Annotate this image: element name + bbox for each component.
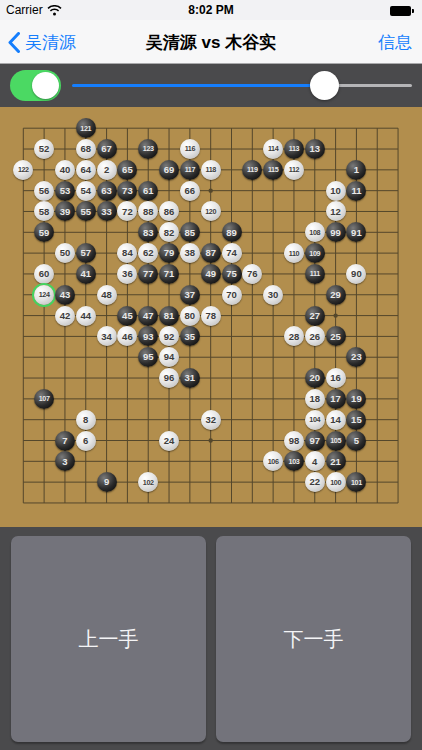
stone-32: 32 (201, 410, 221, 430)
stone-6: 6 (76, 431, 96, 451)
stone-108: 108 (305, 222, 325, 242)
stone-73: 73 (117, 181, 137, 201)
move-numbers-toggle[interactable] (10, 70, 61, 101)
stone-34: 34 (97, 326, 117, 346)
footer: 上一手 下一手 (0, 527, 422, 750)
stone-22: 22 (305, 472, 325, 492)
stone-118: 118 (201, 160, 221, 180)
stone-81: 81 (159, 306, 179, 326)
go-board: 1215268671231161141131312240642656911711… (0, 107, 422, 527)
status-bar: Carrier 8:02 PM (0, 0, 422, 20)
stone-69: 69 (159, 160, 179, 180)
stone-18: 18 (305, 389, 325, 409)
stone-45: 45 (117, 306, 137, 326)
stone-47: 47 (138, 306, 158, 326)
stone-124: 124 (34, 285, 54, 305)
stone-37: 37 (180, 285, 200, 305)
stone-99: 99 (326, 222, 346, 242)
stone-50: 50 (55, 243, 75, 263)
stone-12: 12 (326, 201, 346, 221)
stone-105: 105 (326, 431, 346, 451)
control-bar (0, 64, 422, 107)
back-button[interactable]: 吴清源 (8, 20, 76, 64)
stone-110: 110 (284, 243, 304, 263)
stone-25: 25 (326, 326, 346, 346)
stone-122: 122 (13, 160, 33, 180)
stone-9: 9 (97, 472, 117, 492)
stone-29: 29 (326, 285, 346, 305)
stone-74: 74 (222, 243, 242, 263)
star-point (333, 313, 337, 317)
clock-label: 8:02 PM (0, 0, 422, 20)
stone-116: 116 (180, 139, 200, 159)
stone-104: 104 (305, 410, 325, 430)
stone-79: 79 (159, 243, 179, 263)
toggle-knob (32, 72, 59, 99)
stone-48: 48 (97, 285, 117, 305)
info-button[interactable]: 信息 (378, 20, 412, 64)
stone-41: 41 (76, 264, 96, 284)
stone-75: 75 (222, 264, 242, 284)
stone-30: 30 (263, 285, 283, 305)
stone-27: 27 (305, 306, 325, 326)
stone-121: 121 (76, 118, 96, 138)
stone-15: 15 (346, 410, 366, 430)
stone-4: 4 (305, 451, 325, 471)
previous-move-button[interactable]: 上一手 (11, 536, 206, 742)
star-point (208, 438, 212, 442)
back-chevron-icon (8, 32, 20, 53)
stone-31: 31 (180, 368, 200, 388)
stone-33: 33 (97, 201, 117, 221)
stone-63: 63 (97, 181, 117, 201)
stone-64: 64 (76, 160, 96, 180)
stone-67: 67 (97, 139, 117, 159)
stone-17: 17 (326, 389, 346, 409)
stone-109: 109 (305, 243, 325, 263)
stone-66: 66 (180, 181, 200, 201)
stone-70: 70 (222, 285, 242, 305)
stone-71: 71 (159, 264, 179, 284)
stone-60: 60 (34, 264, 54, 284)
stone-54: 54 (76, 181, 96, 201)
stone-113: 113 (284, 139, 304, 159)
stone-49: 49 (201, 264, 221, 284)
stone-5: 5 (346, 431, 366, 451)
stone-97: 97 (305, 431, 325, 451)
stone-10: 10 (326, 181, 346, 201)
star-point (208, 188, 212, 192)
stone-42: 42 (55, 306, 75, 326)
stone-44: 44 (76, 306, 96, 326)
stone-111: 111 (305, 264, 325, 284)
slider-track-filled (72, 84, 324, 87)
next-move-button[interactable]: 下一手 (216, 536, 411, 742)
stone-21: 21 (326, 451, 346, 471)
stone-57: 57 (76, 243, 96, 263)
stone-56: 56 (34, 181, 54, 201)
stone-98: 98 (284, 431, 304, 451)
stone-96: 96 (159, 368, 179, 388)
stone-89: 89 (222, 222, 242, 242)
stone-115: 115 (263, 160, 283, 180)
stone-11: 11 (346, 181, 366, 201)
slider-thumb[interactable] (310, 71, 339, 100)
stone-117: 117 (180, 160, 200, 180)
move-slider[interactable] (72, 64, 412, 107)
stone-7: 7 (55, 431, 75, 451)
stone-16: 16 (326, 368, 346, 388)
stone-40: 40 (55, 160, 75, 180)
stone-107: 107 (34, 389, 54, 409)
stone-87: 87 (201, 243, 221, 263)
stone-112: 112 (284, 160, 304, 180)
stone-78: 78 (201, 306, 221, 326)
stone-52: 52 (34, 139, 54, 159)
stone-38: 38 (180, 243, 200, 263)
stone-8: 8 (76, 410, 96, 430)
stone-2: 2 (97, 160, 117, 180)
stone-61: 61 (138, 181, 158, 201)
back-label: 吴清源 (25, 31, 76, 54)
stone-20: 20 (305, 368, 325, 388)
stone-53: 53 (55, 181, 75, 201)
nav-bar: 吴清源 vs 木谷实 吴清源 信息 (0, 20, 422, 64)
battery-icon (390, 6, 414, 16)
stone-100: 100 (326, 472, 346, 492)
stone-43: 43 (55, 285, 75, 305)
stone-68: 68 (76, 139, 96, 159)
app-window: Carrier 8:02 PM 吴清源 vs 木谷实 吴清源 信息 (0, 0, 422, 750)
stone-14: 14 (326, 410, 346, 430)
stone-13: 13 (305, 139, 325, 159)
stone-80: 80 (180, 306, 200, 326)
stone-114: 114 (263, 139, 283, 159)
stone-24: 24 (159, 431, 179, 451)
